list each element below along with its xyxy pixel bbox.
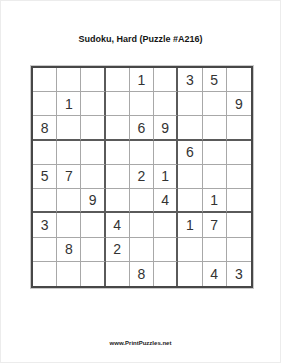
cell-r3c8[interactable] [203, 116, 227, 140]
cell-r3c2[interactable] [57, 116, 81, 140]
cell-r6c2[interactable] [57, 189, 81, 213]
cell-r1c9[interactable] [227, 68, 251, 92]
footer-url: www.PrintPuzzles.net [1, 340, 280, 346]
cell-r1c3[interactable] [81, 68, 105, 92]
cell-r3c7[interactable] [178, 116, 202, 140]
cell-r6c3[interactable]: 9 [81, 189, 105, 213]
cell-r5c3[interactable] [81, 165, 105, 189]
cell-r6c4[interactable] [106, 189, 130, 213]
cell-r3c9[interactable] [227, 116, 251, 140]
cell-r8c7[interactable] [178, 238, 202, 262]
cell-r6c5[interactable] [130, 189, 154, 213]
cell-r7c5[interactable] [130, 213, 154, 237]
cell-r2c9[interactable]: 9 [227, 92, 251, 116]
cell-r6c9[interactable] [227, 189, 251, 213]
cell-r2c8[interactable] [203, 92, 227, 116]
cell-r1c1[interactable] [33, 68, 57, 92]
cell-r8c1[interactable] [33, 238, 57, 262]
cell-r7c3[interactable] [81, 213, 105, 237]
cell-r4c4[interactable] [106, 141, 130, 165]
cell-r6c7[interactable] [178, 189, 202, 213]
cell-r5c5[interactable]: 2 [130, 165, 154, 189]
puzzle-page: Sudoku, Hard (Puzzle #A216) 135198696572… [0, 0, 281, 363]
cell-r8c5[interactable] [130, 238, 154, 262]
cell-r9c1[interactable] [33, 262, 57, 286]
puzzle-title: Sudoku, Hard (Puzzle #A216) [1, 34, 280, 44]
cell-r4c6[interactable] [154, 141, 178, 165]
cell-r3c4[interactable] [106, 116, 130, 140]
cell-r2c6[interactable] [154, 92, 178, 116]
cell-r6c1[interactable] [33, 189, 57, 213]
cell-r7c1[interactable]: 3 [33, 213, 57, 237]
cell-r1c7[interactable]: 3 [178, 68, 202, 92]
cell-r6c6[interactable]: 4 [154, 189, 178, 213]
cell-r8c9[interactable] [227, 238, 251, 262]
cell-r2c2[interactable]: 1 [57, 92, 81, 116]
cell-r8c2[interactable]: 8 [57, 238, 81, 262]
cell-r3c1[interactable]: 8 [33, 116, 57, 140]
cell-r5c7[interactable] [178, 165, 202, 189]
cell-r9c3[interactable] [81, 262, 105, 286]
cell-r9c9[interactable]: 3 [227, 262, 251, 286]
cell-r9c7[interactable] [178, 262, 202, 286]
cell-r2c7[interactable] [178, 92, 202, 116]
cell-r5c9[interactable] [227, 165, 251, 189]
cell-r7c2[interactable] [57, 213, 81, 237]
cell-r9c4[interactable] [106, 262, 130, 286]
cell-r7c8[interactable]: 7 [203, 213, 227, 237]
cell-r7c7[interactable]: 1 [178, 213, 202, 237]
sudoku-grid: 1351986965721941341782843 [31, 66, 253, 288]
cell-r4c1[interactable] [33, 141, 57, 165]
cell-r8c6[interactable] [154, 238, 178, 262]
cell-r3c3[interactable] [81, 116, 105, 140]
cell-r5c6[interactable]: 1 [154, 165, 178, 189]
cell-r1c8[interactable]: 5 [203, 68, 227, 92]
cell-r1c2[interactable] [57, 68, 81, 92]
cell-r4c5[interactable] [130, 141, 154, 165]
cell-r5c1[interactable]: 5 [33, 165, 57, 189]
cell-r2c3[interactable] [81, 92, 105, 116]
cell-r5c8[interactable] [203, 165, 227, 189]
cell-r9c5[interactable]: 8 [130, 262, 154, 286]
cell-r7c4[interactable]: 4 [106, 213, 130, 237]
cell-r5c2[interactable]: 7 [57, 165, 81, 189]
cell-r9c6[interactable] [154, 262, 178, 286]
cell-r4c7[interactable]: 6 [178, 141, 202, 165]
cell-r8c4[interactable]: 2 [106, 238, 130, 262]
cell-r4c9[interactable] [227, 141, 251, 165]
cell-r9c8[interactable]: 4 [203, 262, 227, 286]
cell-r2c1[interactable] [33, 92, 57, 116]
cell-r1c4[interactable] [106, 68, 130, 92]
cell-r3c5[interactable]: 6 [130, 116, 154, 140]
cell-r8c3[interactable] [81, 238, 105, 262]
cell-r7c9[interactable] [227, 213, 251, 237]
cell-r6c8[interactable]: 1 [203, 189, 227, 213]
cell-r2c4[interactable] [106, 92, 130, 116]
cell-r2c5[interactable] [130, 92, 154, 116]
cell-r4c8[interactable] [203, 141, 227, 165]
cell-r3c6[interactable]: 9 [154, 116, 178, 140]
cell-r7c6[interactable] [154, 213, 178, 237]
cell-r8c8[interactable] [203, 238, 227, 262]
cell-r9c2[interactable] [57, 262, 81, 286]
cell-r5c4[interactable] [106, 165, 130, 189]
cell-r1c6[interactable] [154, 68, 178, 92]
cell-r1c5[interactable]: 1 [130, 68, 154, 92]
cell-r4c2[interactable] [57, 141, 81, 165]
cell-r4c3[interactable] [81, 141, 105, 165]
